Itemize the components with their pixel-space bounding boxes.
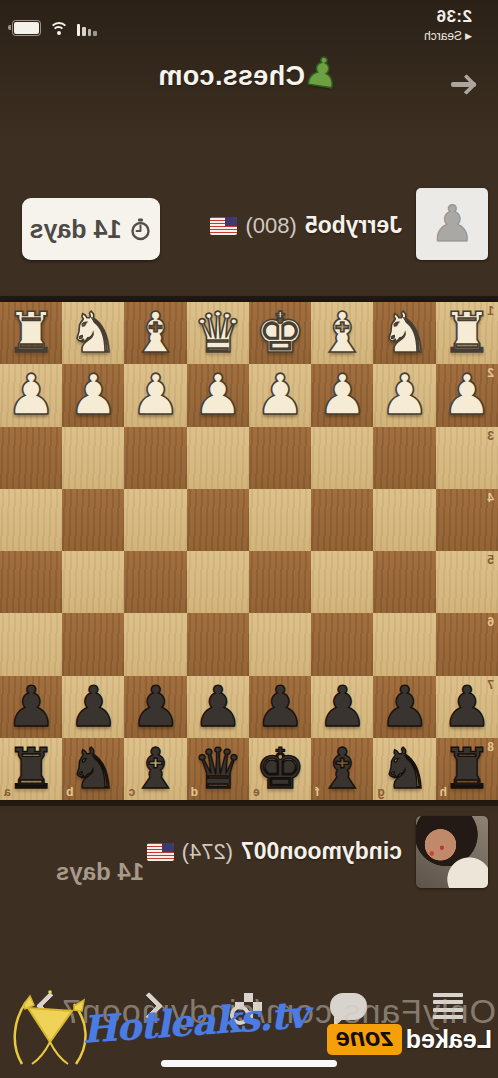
square-a7[interactable]: ♟ [0, 676, 62, 738]
square-g3[interactable] [374, 427, 436, 489]
piece-wP[interactable]: ♟ [311, 364, 373, 426]
square-b8[interactable]: b♞ [62, 738, 124, 800]
piece-bK[interactable]: ♚ [249, 738, 311, 800]
piece-wP[interactable]: ♟ [249, 364, 311, 426]
square-c5[interactable] [125, 551, 187, 613]
back-triangle-icon: ◀ [465, 31, 472, 41]
cellular-signal-icon [77, 24, 97, 36]
square-a1[interactable]: ♜ [0, 302, 62, 364]
square-g6[interactable] [374, 613, 436, 675]
square-b7[interactable]: ♟ [62, 676, 124, 738]
square-b1[interactable]: ♞ [62, 302, 124, 364]
opponent-name[interactable]: Jerrybo5 [305, 212, 402, 239]
piece-wP[interactable]: ♟ [125, 364, 187, 426]
square-f2[interactable]: ♟ [311, 364, 373, 426]
square-c6[interactable] [125, 613, 187, 675]
piece-bP[interactable]: ♟ [0, 676, 62, 738]
square-c7[interactable]: ♟ [125, 676, 187, 738]
square-f8[interactable]: f♝ [311, 738, 373, 800]
square-g2[interactable]: ♟ [374, 364, 436, 426]
square-h6[interactable]: 6 [436, 613, 498, 675]
square-e4[interactable] [249, 489, 311, 551]
square-f1[interactable]: ♝ [311, 302, 373, 364]
zone-badge: zone [327, 1024, 402, 1055]
square-e8[interactable]: e♚ [249, 738, 311, 800]
piece-wN[interactable]: ♞ [374, 302, 436, 364]
piece-bN[interactable]: ♞ [374, 738, 436, 800]
battery-icon [12, 20, 41, 36]
piece-wK[interactable]: ♚ [249, 302, 311, 364]
piece-bP[interactable]: ♟ [374, 676, 436, 738]
player-rating: (274) [182, 839, 233, 865]
player-avatar-photo[interactable] [416, 816, 488, 888]
us-flag-icon [210, 217, 237, 235]
chess-board: 1♜♞♝♚♛♝♞♜2♟♟♟♟♟♟♟♟34567♟♟♟♟♟♟♟♟8h♜g♞f♝e♚… [0, 302, 498, 800]
square-d3[interactable] [187, 427, 249, 489]
logo-text: Chess.com [158, 61, 305, 92]
leaked-text: Leaked [406, 1025, 492, 1054]
square-a3[interactable] [0, 427, 62, 489]
piece-wB[interactable]: ♝ [125, 302, 187, 364]
status-bar-left: 2:36 ◀ Search [424, 7, 472, 43]
piece-wP[interactable]: ♟ [374, 364, 436, 426]
square-e1[interactable]: ♚ [249, 302, 311, 364]
square-a8[interactable]: a♜ [0, 738, 62, 800]
piece-bP[interactable]: ♟ [125, 676, 187, 738]
square-e3[interactable] [249, 427, 311, 489]
piece-bP[interactable]: ♟ [62, 676, 124, 738]
square-e5[interactable] [249, 551, 311, 613]
square-b6[interactable] [62, 613, 124, 675]
piece-bP[interactable]: ♟ [311, 676, 373, 738]
opponent-avatar[interactable]: ♟ [416, 188, 488, 260]
piece-wP[interactable]: ♟ [0, 364, 62, 426]
piece-bB[interactable]: ♝ [125, 738, 187, 800]
rank-label: 4 [487, 491, 494, 505]
default-avatar-pawn-icon: ♟ [430, 199, 475, 249]
board-bottom-edge [0, 800, 498, 806]
square-h7[interactable]: 7♟ [436, 676, 498, 738]
screen: 2:36 ◀ Search ♟ Chess.com ♟ Jerrybo5 (80… [0, 0, 498, 1078]
player-clock-label: 14 days [56, 858, 144, 886]
square-b4[interactable] [62, 489, 124, 551]
square-h5[interactable]: 5 [436, 551, 498, 613]
piece-bR[interactable]: ♜ [436, 738, 498, 800]
piece-bN[interactable]: ♞ [62, 738, 124, 800]
status-bar-right [12, 20, 97, 36]
square-d2[interactable]: ♟ [187, 364, 249, 426]
square-f6[interactable] [311, 613, 373, 675]
square-f5[interactable] [311, 551, 373, 613]
rank-label: 3 [487, 429, 494, 443]
opponent-info-row: Jerrybo5 (800) [210, 212, 402, 239]
piece-bQ[interactable]: ♛ [187, 738, 249, 800]
square-c2[interactable]: ♟ [125, 364, 187, 426]
us-flag-icon [147, 843, 174, 861]
square-a4[interactable] [0, 489, 62, 551]
square-b5[interactable] [62, 551, 124, 613]
clock-icon [129, 218, 152, 241]
piece-bR[interactable]: ♜ [0, 738, 62, 800]
piece-bP[interactable]: ♟ [436, 676, 498, 738]
square-h4[interactable]: 4 [436, 489, 498, 551]
square-h8[interactable]: 8h♜ [436, 738, 498, 800]
square-f4[interactable] [311, 489, 373, 551]
square-h3[interactable]: 3 [436, 427, 498, 489]
square-f7[interactable]: ♟ [311, 676, 373, 738]
piece-bP[interactable]: ♟ [187, 676, 249, 738]
square-c4[interactable] [125, 489, 187, 551]
green-pawn-logo-icon: ♟ [301, 49, 343, 94]
square-e2[interactable]: ♟ [249, 364, 311, 426]
mirrored-app-view: 2:36 ◀ Search ♟ Chess.com ♟ Jerrybo5 (80… [0, 0, 498, 1078]
return-app-label: Search [424, 29, 462, 43]
piece-wP[interactable]: ♟ [187, 364, 249, 426]
piece-bP[interactable]: ♟ [249, 676, 311, 738]
piece-wN[interactable]: ♞ [62, 302, 124, 364]
square-e6[interactable] [249, 613, 311, 675]
piece-wP[interactable]: ♟ [62, 364, 124, 426]
piece-wR[interactable]: ♜ [0, 302, 62, 364]
square-d6[interactable] [187, 613, 249, 675]
square-g5[interactable] [374, 551, 436, 613]
status-time: 2:36 [424, 7, 472, 27]
square-d1[interactable]: ♛ [187, 302, 249, 364]
square-g4[interactable] [374, 489, 436, 551]
rank-label: 5 [487, 553, 494, 567]
rank-label: 6 [487, 615, 494, 629]
square-g7[interactable]: ♟ [374, 676, 436, 738]
square-d8[interactable]: d♛ [187, 738, 249, 800]
opponent-clock-label: 14 days [30, 215, 122, 244]
square-h1[interactable]: 1♜ [436, 302, 498, 364]
square-d7[interactable]: ♟ [187, 676, 249, 738]
square-a6[interactable] [0, 613, 62, 675]
square-b3[interactable] [62, 427, 124, 489]
square-d4[interactable] [187, 489, 249, 551]
opponent-clock: 14 days [22, 198, 160, 260]
square-c1[interactable]: ♝ [125, 302, 187, 364]
square-g1[interactable]: ♞ [374, 302, 436, 364]
square-g8[interactable]: g♞ [374, 738, 436, 800]
square-d5[interactable] [187, 551, 249, 613]
square-c8[interactable]: c♝ [125, 738, 187, 800]
piece-wP[interactable]: ♟ [436, 364, 498, 426]
piece-wR[interactable]: ♜ [436, 302, 498, 364]
piece-wQ[interactable]: ♛ [187, 302, 249, 364]
wifi-icon [49, 22, 69, 36]
square-b2[interactable]: ♟ [62, 364, 124, 426]
square-e7[interactable]: ♟ [249, 676, 311, 738]
square-c3[interactable] [125, 427, 187, 489]
opponent-rating: (800) [245, 213, 296, 239]
square-a2[interactable]: ♟ [0, 364, 62, 426]
piece-wB[interactable]: ♝ [311, 302, 373, 364]
square-h2[interactable]: 2♟ [436, 364, 498, 426]
player-name[interactable]: cindymoon007 [241, 838, 402, 865]
player-info-row: cindymoon007 (274) [147, 838, 402, 865]
return-to-search-app[interactable]: ◀ Search [424, 29, 472, 43]
square-a5[interactable] [0, 551, 62, 613]
piece-bB[interactable]: ♝ [311, 738, 373, 800]
leakedzone-watermark: Leaked zone [327, 1024, 492, 1055]
chesscom-logo: ♟ Chess.com [0, 60, 498, 92]
square-f3[interactable] [311, 427, 373, 489]
